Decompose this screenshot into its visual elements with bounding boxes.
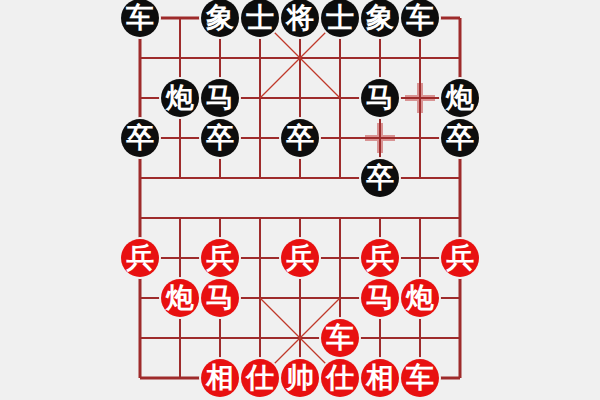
piece-black-soldier[interactable]: 卒	[361, 159, 399, 197]
piece-red-advisor[interactable]: 仕	[241, 359, 279, 397]
xiangqi-board[interactable]: 车象士将士象车炮马马炮卒卒卒卒卒兵兵兵兵兵炮马马炮车相仕帅仕相车	[0, 0, 600, 400]
piece-red-soldier[interactable]: 兵	[121, 239, 159, 277]
piece-red-soldier[interactable]: 兵	[201, 239, 239, 277]
piece-red-general[interactable]: 帅	[281, 359, 319, 397]
piece-red-chariot[interactable]: 车	[321, 319, 359, 357]
piece-red-elephant[interactable]: 相	[201, 359, 239, 397]
piece-black-elephant[interactable]: 象	[361, 0, 399, 37]
piece-black-chariot[interactable]: 车	[401, 0, 439, 37]
piece-red-soldier[interactable]: 兵	[441, 239, 479, 277]
piece-black-soldier[interactable]: 卒	[121, 119, 159, 157]
piece-red-cannon[interactable]: 炮	[161, 279, 199, 317]
piece-black-chariot[interactable]: 车	[121, 0, 159, 37]
piece-red-horse[interactable]: 马	[201, 279, 239, 317]
piece-red-soldier[interactable]: 兵	[361, 239, 399, 277]
piece-black-general[interactable]: 将	[281, 0, 319, 37]
piece-red-cannon[interactable]: 炮	[401, 279, 439, 317]
piece-black-soldier[interactable]: 卒	[201, 119, 239, 157]
piece-red-advisor[interactable]: 仕	[321, 359, 359, 397]
piece-black-soldier[interactable]: 卒	[441, 119, 479, 157]
piece-black-horse[interactable]: 马	[361, 79, 399, 117]
piece-red-soldier[interactable]: 兵	[281, 239, 319, 277]
board-pieces-layer: 车象士将士象车炮马马炮卒卒卒卒卒兵兵兵兵兵炮马马炮车相仕帅仕相车	[120, 0, 480, 398]
piece-red-elephant[interactable]: 相	[361, 359, 399, 397]
piece-black-soldier[interactable]: 卒	[281, 119, 319, 157]
piece-black-elephant[interactable]: 象	[201, 0, 239, 37]
piece-black-cannon[interactable]: 炮	[441, 79, 479, 117]
piece-red-horse[interactable]: 马	[361, 279, 399, 317]
piece-black-advisor[interactable]: 士	[241, 0, 279, 37]
piece-black-advisor[interactable]: 士	[321, 0, 359, 37]
piece-red-chariot[interactable]: 车	[401, 359, 439, 397]
piece-black-cannon[interactable]: 炮	[161, 79, 199, 117]
piece-black-horse[interactable]: 马	[201, 79, 239, 117]
